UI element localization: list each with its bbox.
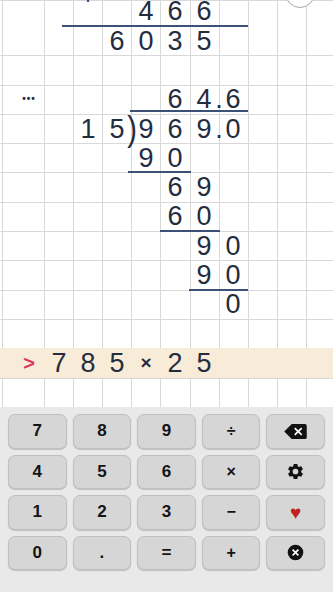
backspace-icon: [284, 424, 307, 439]
sheet-cell: 9: [196, 115, 211, 143]
input-char: 2: [167, 349, 182, 377]
key-4[interactable]: 4: [8, 455, 67, 490]
key-1[interactable]: 1: [8, 495, 67, 530]
sheet-cell: 6: [167, 85, 182, 113]
input-char: 7: [51, 349, 66, 377]
subtraction-underline-2: [160, 230, 220, 232]
sheet-cell: 9: [196, 232, 211, 260]
sheet-cell: 9: [138, 144, 153, 172]
input-char: 8: [80, 349, 95, 377]
sheet-cell: 0: [138, 27, 153, 55]
sheet-cell: 0: [225, 290, 240, 318]
heart-icon: ♥: [290, 503, 301, 522]
key-6[interactable]: 6: [137, 455, 196, 490]
sheet-cell: 4: [138, 0, 153, 25]
sheet-cell: 4: [196, 85, 211, 113]
key-0[interactable]: 0: [8, 536, 67, 571]
key-multiply[interactable]: ×: [202, 455, 261, 490]
sheet-cell: 1: [80, 115, 95, 143]
key-plus[interactable]: +: [202, 536, 261, 571]
partial-plus-sign: +: [81, 0, 94, 8]
key-3[interactable]: 3: [137, 495, 196, 530]
input-prompt: >: [23, 353, 35, 374]
gear-icon: [286, 462, 305, 481]
key-decimal[interactable]: .: [73, 536, 132, 571]
subtraction-underline-1: [128, 171, 191, 173]
close-icon: [287, 544, 304, 561]
sum-underline: [62, 25, 248, 27]
sheet-cell: 6: [225, 85, 240, 113]
sheet-cell: 6: [167, 173, 182, 201]
sheet-cell: 0: [225, 261, 240, 289]
sheet-cell: 5: [109, 115, 124, 143]
decimal-point: .: [215, 115, 223, 143]
key-divide[interactable]: ÷: [202, 414, 261, 449]
sheet-cell: 0: [196, 202, 211, 230]
key-settings[interactable]: [266, 455, 325, 490]
key-equals[interactable]: =: [137, 536, 196, 571]
sheet-cell: 6: [167, 0, 182, 25]
sheet-cell: 0: [167, 144, 182, 172]
sheet-cell: 5: [196, 27, 211, 55]
history-ellipsis: •••: [22, 94, 36, 105]
sheet-cell: 0: [225, 115, 240, 143]
sheet-cell: 6: [167, 202, 182, 230]
sheet-cell: 9: [196, 173, 211, 201]
sheet-cell: 6: [167, 115, 182, 143]
key-close[interactable]: [266, 536, 325, 571]
division-vinculum: [130, 110, 248, 112]
input-char: 5: [196, 349, 211, 377]
input-row[interactable]: >785×25: [0, 348, 333, 378]
subtraction-underline-3: [189, 289, 248, 291]
sheet-cell: 0: [225, 232, 240, 260]
partial-circle-widget[interactable]: [285, 0, 315, 8]
key-favorite[interactable]: ♥: [266, 495, 325, 530]
key-8[interactable]: 8: [73, 414, 132, 449]
multiply-sign: ×: [140, 353, 151, 373]
input-char: 5: [109, 349, 124, 377]
key-9[interactable]: 9: [137, 414, 196, 449]
sheet-cell: 3: [167, 27, 182, 55]
decimal-point: .: [215, 85, 223, 113]
sheet-cell: 9: [196, 261, 211, 289]
worksheet-paper: +4666035•••64.615)969.090696090900: [0, 0, 333, 407]
sheet-cell: 6: [196, 0, 211, 25]
key-2[interactable]: 2: [73, 495, 132, 530]
key-backspace[interactable]: [266, 414, 325, 449]
key-5[interactable]: 5: [73, 455, 132, 490]
key-7[interactable]: 7: [8, 414, 67, 449]
calculator-keypad: 789÷456×123−♥0.=+: [0, 407, 333, 592]
key-minus[interactable]: −: [202, 495, 261, 530]
sheet-cell: 9: [138, 115, 153, 143]
sheet-cell: 6: [109, 27, 124, 55]
division-bracket: ): [127, 111, 137, 148]
